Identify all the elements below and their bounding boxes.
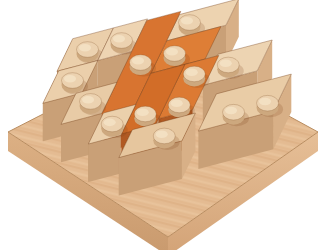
puzzle-scene: [0, 0, 330, 250]
puzzle-product-photo: [0, 0, 330, 250]
